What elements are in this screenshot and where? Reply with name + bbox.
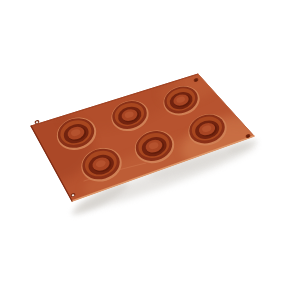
mold-scene [0, 0, 285, 285]
product-photo [0, 0, 285, 285]
